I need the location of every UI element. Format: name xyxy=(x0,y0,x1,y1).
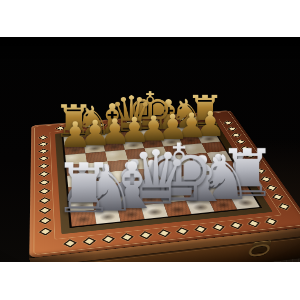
inlay-diamond xyxy=(231,133,241,138)
inlay-diamond xyxy=(97,123,107,127)
inlay-diamond xyxy=(110,122,120,126)
inlay-diamond xyxy=(39,217,52,224)
inlay-diamond xyxy=(250,160,260,165)
inlay-diamond xyxy=(177,117,186,121)
inlay-diamond xyxy=(38,135,48,140)
inlay-diamond xyxy=(83,124,93,128)
inlay-diamond xyxy=(230,222,242,230)
inlay-diamond xyxy=(39,228,52,236)
inlay-diamond xyxy=(260,176,271,182)
inlay-diamond xyxy=(164,118,173,122)
inlay-diamond xyxy=(137,120,146,124)
inlay-diamond xyxy=(265,218,277,226)
inlay-diamond xyxy=(203,115,212,119)
inlay-diamond xyxy=(176,227,189,235)
inlay-diamond xyxy=(139,231,152,239)
inlay-diamond xyxy=(83,237,97,245)
inlay-diamond xyxy=(39,207,52,214)
inlay-diamond xyxy=(38,163,49,169)
inlay-diamond xyxy=(39,197,51,204)
inlay-diamond xyxy=(212,223,225,231)
inlay-diamond xyxy=(248,220,260,228)
box-clasp xyxy=(245,240,275,257)
inlay-diamond xyxy=(38,188,50,194)
inlay-diamond xyxy=(69,125,79,129)
inlay-diamond xyxy=(38,179,50,185)
inlay-diamond xyxy=(190,116,199,120)
chess-board-box: ♜♞♝♛♚♝♞♜♟♟♟♟♟♟♟♟♟♟♟♟♟♟♟♟♜♞♝♛♚♝♞♜ xyxy=(29,110,300,258)
inlay-diamond xyxy=(278,203,290,210)
inlay-diamond xyxy=(255,168,266,174)
inlay-diamond xyxy=(223,121,232,125)
inlay-diamond xyxy=(266,185,277,191)
inlay-diamond xyxy=(102,235,115,243)
clasp-loop xyxy=(247,243,271,257)
inlay-diamond xyxy=(38,149,49,154)
inlay-diamond xyxy=(194,225,207,233)
inlay-diamond xyxy=(151,119,160,123)
inlay-diamond xyxy=(227,127,236,131)
inlay-diamond xyxy=(38,156,49,161)
inlay-diamond xyxy=(56,126,66,130)
inlay-diamond xyxy=(124,121,133,125)
inlay-diamond xyxy=(240,146,250,151)
page-background: ♜♞♝♛♚♝♞♜♟♟♟♟♟♟♟♟♟♟♟♟♟♟♟♟♜♞♝♛♚♝♞♜ xyxy=(0,0,300,300)
inlay-diamond xyxy=(272,194,283,201)
inlay-diamond xyxy=(245,153,255,158)
inlay-diamond xyxy=(158,229,171,237)
inlay-diamond xyxy=(38,142,48,147)
inlay-diamond xyxy=(236,139,246,144)
inlay-diamond xyxy=(63,239,77,247)
inlay-diamond xyxy=(38,171,49,177)
inlay-diamond xyxy=(121,233,134,241)
chess-set-photo: ♜♞♝♛♚♝♞♜♟♟♟♟♟♟♟♟♟♟♟♟♟♟♟♟♜♞♝♛♚♝♞♜ xyxy=(0,37,300,262)
perspective-scene: ♜♞♝♛♚♝♞♜♟♟♟♟♟♟♟♟♟♟♟♟♟♟♟♟♜♞♝♛♚♝♞♜ xyxy=(0,37,300,262)
